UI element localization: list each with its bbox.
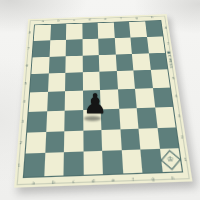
square-a4 (29, 92, 48, 112)
square-f3 (119, 108, 139, 129)
file-label-h: h (144, 16, 160, 19)
square-d1 (83, 151, 103, 175)
rank-label-3: 3 (176, 106, 182, 126)
file-label-f: f (123, 177, 143, 182)
file-label-c: c (66, 19, 82, 22)
square-b4 (47, 91, 65, 111)
file-label-d: d (82, 18, 98, 21)
square-e6 (99, 54, 117, 72)
square-f8 (113, 22, 130, 38)
square-c8 (66, 24, 82, 40)
square-h8 (145, 21, 163, 37)
square-f5 (116, 71, 135, 90)
square-h6 (148, 52, 167, 70)
rank-label-5: 5 (24, 74, 28, 92)
file-label-a: a (23, 180, 43, 185)
rank-label-4: 4 (173, 87, 178, 106)
rank-label-8: 8 (28, 25, 32, 41)
square-e1 (102, 150, 123, 174)
square-h5 (150, 70, 170, 89)
square-g1 (140, 149, 162, 173)
square-f1 (121, 150, 142, 174)
file-label-e: e (97, 17, 113, 20)
square-c4 (65, 91, 83, 111)
square-d6 (82, 55, 99, 73)
square-b8 (50, 24, 66, 40)
square-c1 (63, 152, 83, 176)
photo-scene: ♔ abcdefgh abcdefgh 87654321 87654321 ◉ … (0, 0, 200, 200)
square-g8 (129, 21, 146, 37)
square-d2 (83, 130, 102, 152)
square-c5 (65, 72, 82, 91)
square-e2 (101, 129, 121, 151)
file-label-b: b (43, 180, 63, 185)
square-c6 (65, 55, 82, 73)
black-pawn: ♟ (83, 90, 103, 117)
square-f6 (115, 54, 133, 72)
crown-icon: ♔ (167, 156, 175, 164)
square-b6 (48, 56, 65, 74)
square-g3 (137, 107, 157, 128)
square-a1 (24, 153, 45, 177)
file-label-a: a (35, 20, 51, 23)
square-h1: ♔ (159, 148, 181, 172)
square-h2 (157, 127, 179, 149)
square-c3 (64, 110, 83, 131)
file-label-e: e (103, 177, 123, 182)
square-c7 (66, 39, 83, 56)
corner-logo-diamond: ♔ (160, 150, 180, 170)
brand-text: CHESS (167, 55, 173, 69)
square-a5 (30, 74, 48, 93)
square-e7 (98, 38, 115, 55)
square-g6 (132, 53, 151, 71)
rank-label-2: 2 (19, 132, 23, 154)
square-h7 (147, 36, 165, 53)
rank-label-8: 8 (164, 21, 169, 36)
square-g7 (130, 37, 148, 54)
square-f2 (120, 128, 140, 150)
rank-label-6: 6 (25, 57, 29, 74)
rank-label-7: 7 (26, 41, 30, 57)
file-label-g: g (143, 176, 163, 181)
square-g4 (135, 88, 155, 108)
file-label-d: d (83, 178, 103, 183)
file-label-g: g (129, 16, 145, 19)
square-b5 (48, 73, 66, 92)
file-label-h: h (163, 175, 183, 180)
file-label-b: b (51, 19, 67, 22)
square-a6 (31, 56, 49, 74)
square-b2 (45, 131, 65, 153)
brand-mark: ◉ CHESS (165, 50, 174, 69)
square-c2 (64, 130, 83, 152)
rank-label-5: 5 (171, 69, 176, 87)
square-f7 (114, 37, 132, 54)
square-g2 (138, 128, 159, 150)
square-a2 (26, 131, 46, 153)
square-d7 (82, 38, 99, 55)
rank-label-1: 1 (17, 154, 22, 177)
rank-label-2: 2 (179, 127, 185, 149)
square-b3 (46, 110, 65, 131)
square-f4 (117, 89, 136, 109)
coords-bottom: abcdefgh (23, 175, 183, 185)
square-a8 (34, 25, 51, 41)
square-h3 (155, 107, 176, 128)
square-e8 (98, 23, 115, 39)
square-a3 (27, 111, 46, 132)
square-b1 (44, 152, 64, 176)
square-b7 (49, 40, 66, 57)
brand-logo-icon: ◉ (166, 50, 171, 54)
square-g5 (133, 70, 152, 89)
file-label-c: c (63, 179, 83, 184)
rank-label-3: 3 (20, 112, 24, 133)
file-label-f: f (113, 17, 129, 20)
square-a7 (33, 40, 50, 57)
rank-label-1: 1 (182, 148, 188, 171)
rank-label-4: 4 (22, 93, 26, 112)
square-h4 (152, 88, 172, 108)
square-d8 (82, 23, 98, 39)
